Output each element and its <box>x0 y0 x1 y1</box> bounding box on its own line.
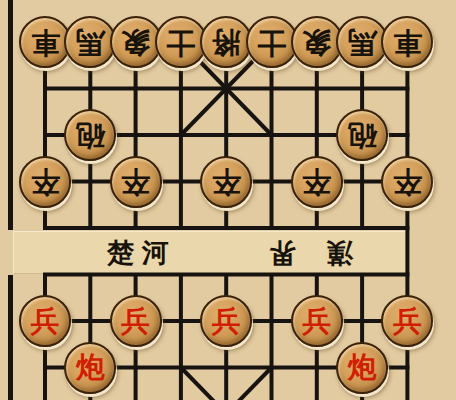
piece-glyph: 卒 <box>302 167 331 196</box>
piece-black-chariot[interactable]: 車 <box>381 16 433 68</box>
piece-red-soldier[interactable]: 兵 <box>200 295 252 347</box>
xiangqi-board[interactable]: 楚河 漢界 車馬象士將士象馬車砲砲卒卒卒卒卒兵兵兵兵兵炮炮 <box>0 0 456 400</box>
piece-glyph: 卒 <box>393 167 422 196</box>
river-label-chu-he: 楚河 <box>96 234 188 272</box>
piece-red-cannon[interactable]: 炮 <box>336 342 388 394</box>
piece-glyph: 車 <box>393 28 422 57</box>
piece-black-general[interactable]: 將 <box>200 16 252 68</box>
piece-red-soldier[interactable]: 兵 <box>381 295 433 347</box>
piece-black-advisor[interactable]: 士 <box>246 16 298 68</box>
river-label-han-jie: 漢界 <box>238 234 354 272</box>
piece-glyph: 象 <box>121 28 150 57</box>
piece-glyph: 兵 <box>212 307 241 336</box>
piece-glyph: 炮 <box>76 353 105 382</box>
piece-black-soldier[interactable]: 卒 <box>19 156 71 208</box>
piece-black-horse[interactable]: 馬 <box>336 16 388 68</box>
piece-glyph: 車 <box>31 28 60 57</box>
piece-glyph: 卒 <box>212 167 241 196</box>
piece-red-cannon[interactable]: 炮 <box>64 342 116 394</box>
piece-black-cannon[interactable]: 砲 <box>64 109 116 161</box>
piece-black-advisor[interactable]: 士 <box>155 16 207 68</box>
piece-red-soldier[interactable]: 兵 <box>110 295 162 347</box>
piece-glyph: 砲 <box>76 121 105 150</box>
piece-black-chariot[interactable]: 車 <box>19 16 71 68</box>
piece-black-soldier[interactable]: 卒 <box>110 156 162 208</box>
piece-glyph: 兵 <box>31 307 60 336</box>
piece-glyph: 象 <box>302 28 331 57</box>
piece-glyph: 卒 <box>121 167 150 196</box>
piece-glyph: 馬 <box>348 28 377 57</box>
piece-glyph: 將 <box>212 28 241 57</box>
piece-glyph: 士 <box>257 28 286 57</box>
piece-black-cannon[interactable]: 砲 <box>336 109 388 161</box>
piece-black-elephant[interactable]: 象 <box>291 16 343 68</box>
piece-black-soldier[interactable]: 卒 <box>381 156 433 208</box>
piece-glyph: 士 <box>166 28 195 57</box>
piece-glyph: 炮 <box>348 353 377 382</box>
piece-glyph: 兵 <box>302 307 331 336</box>
piece-black-soldier[interactable]: 卒 <box>200 156 252 208</box>
piece-black-elephant[interactable]: 象 <box>110 16 162 68</box>
piece-black-horse[interactable]: 馬 <box>64 16 116 68</box>
piece-glyph: 卒 <box>31 167 60 196</box>
piece-glyph: 兵 <box>393 307 422 336</box>
piece-red-soldier[interactable]: 兵 <box>19 295 71 347</box>
piece-black-soldier[interactable]: 卒 <box>291 156 343 208</box>
piece-glyph: 兵 <box>121 307 150 336</box>
piece-red-soldier[interactable]: 兵 <box>291 295 343 347</box>
piece-glyph: 馬 <box>76 28 105 57</box>
piece-glyph: 砲 <box>348 121 377 150</box>
